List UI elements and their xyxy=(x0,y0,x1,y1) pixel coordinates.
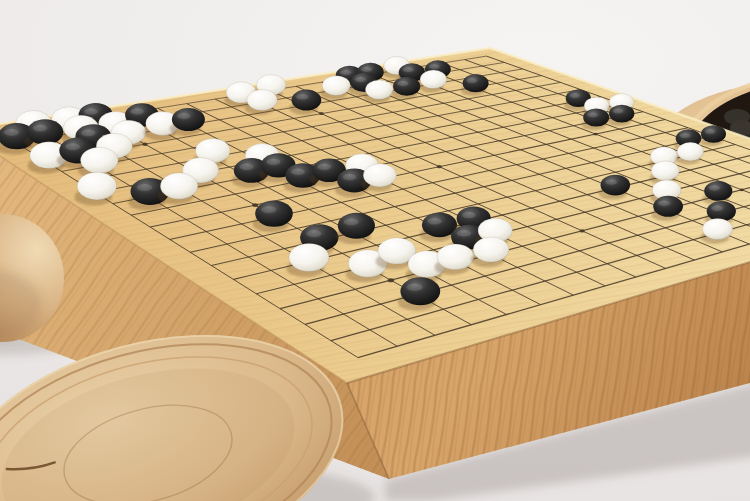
stone-sheen xyxy=(340,70,351,75)
stone-sheen xyxy=(81,130,95,137)
stone-sheen xyxy=(605,179,617,184)
stone-sheen xyxy=(267,159,281,165)
black-stone xyxy=(400,277,440,305)
black-stone xyxy=(701,125,726,143)
stone-sheen xyxy=(613,109,623,114)
stone-sheen xyxy=(705,129,715,134)
stone-sheen xyxy=(84,108,98,114)
goban-photo-svg xyxy=(0,0,750,501)
stone-sheen xyxy=(291,169,305,175)
stone-sheen xyxy=(570,93,580,98)
stone-sheen xyxy=(344,219,359,226)
stone-sheen xyxy=(680,133,690,138)
stone-sheen xyxy=(403,67,414,72)
white-stone xyxy=(363,164,396,187)
stone-sheen xyxy=(4,129,19,136)
stone-sheen xyxy=(457,230,471,236)
stone-sheen xyxy=(587,112,597,117)
black-stone xyxy=(338,213,375,239)
star-point xyxy=(437,165,442,168)
star-point xyxy=(740,188,744,191)
stone-sheen xyxy=(177,113,190,119)
stone-sheen xyxy=(137,184,152,191)
star-point xyxy=(580,229,585,232)
stone-sheen xyxy=(355,77,366,82)
black-stone xyxy=(707,201,736,221)
white-stone xyxy=(77,172,116,200)
stone-sheen xyxy=(711,206,723,211)
stone-sheen xyxy=(240,164,254,170)
white-stone xyxy=(420,70,447,89)
white-stone xyxy=(651,161,679,181)
white-stone xyxy=(81,147,119,173)
white-stone xyxy=(247,89,277,110)
white-stone xyxy=(677,142,703,161)
stone-sheen xyxy=(398,81,409,86)
black-stone xyxy=(255,200,293,226)
black-stone xyxy=(653,196,683,217)
stone-sheen xyxy=(428,218,442,224)
white-stone xyxy=(365,80,393,99)
stone-sheen xyxy=(131,108,144,114)
white-stone xyxy=(160,173,198,199)
black-stone xyxy=(583,108,609,126)
white-stone xyxy=(289,244,329,272)
black-stone xyxy=(393,77,420,96)
stone-sheen xyxy=(343,174,357,180)
stone-sheen xyxy=(317,164,331,170)
star-point xyxy=(388,278,394,282)
stone-sheen xyxy=(429,64,439,69)
black-stone xyxy=(292,90,322,111)
stone-sheen xyxy=(709,185,720,190)
stone-sheen xyxy=(462,212,476,218)
stone-sheen xyxy=(65,143,80,150)
black-stone xyxy=(172,108,205,131)
stone-sheen xyxy=(658,201,670,206)
stone-sheen xyxy=(467,78,477,83)
stone-sheen xyxy=(261,206,276,213)
black-stone xyxy=(601,175,631,196)
white-stone xyxy=(322,76,350,96)
white-stone xyxy=(437,244,474,270)
stone-sheen xyxy=(306,230,321,237)
go-game-photo xyxy=(0,0,750,501)
star-point xyxy=(142,142,148,146)
star-point xyxy=(593,133,597,136)
stone-sheen xyxy=(296,94,308,99)
black-stone xyxy=(422,213,457,238)
white-stone xyxy=(703,219,733,240)
black-stone xyxy=(609,105,634,123)
stone-sheen xyxy=(361,67,372,72)
star-point xyxy=(319,112,324,115)
stone-sheen xyxy=(407,284,423,291)
stone-sheen xyxy=(33,125,48,132)
star-point xyxy=(252,203,258,207)
white-stone xyxy=(473,237,509,262)
black-stone xyxy=(704,181,732,201)
black-stone xyxy=(27,119,63,144)
black-stone xyxy=(463,74,489,92)
